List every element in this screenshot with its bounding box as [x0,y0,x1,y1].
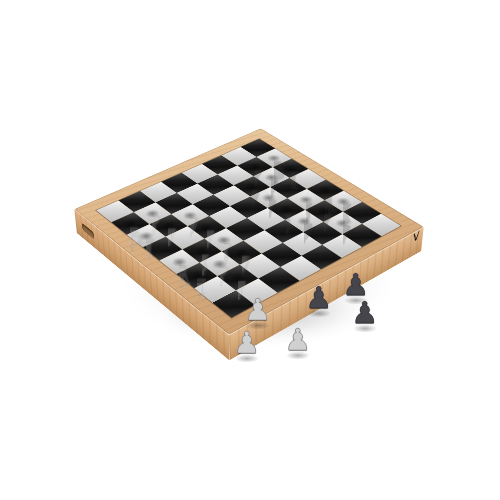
black-rook-icon: ♜ [280,144,302,168]
white-pawn-icon: ♟ [158,201,180,225]
black-knight-icon: ♞ [292,194,316,221]
board-surface: ♚♚♜♜♛♛♜♜♟♟♟♟♝♝♟♟♟♟♞♞♟♟♝♝♞♞♞♞♟♟♝♝♞♞♟♟♟♟♝♝… [96,139,400,318]
drawer-notch [82,223,95,240]
perspective-stage: > ♚♚♜♜♛♛♜♜♟♟♟♟♝♝♟♟♟♟♞♞♟♟♝♝♞♞♞♞♟♟♝♝♞♞♟♟♟♟… [0,0,500,500]
white-pawn-icon: ♟ [226,252,249,278]
product-photo-scene: > ♚♚♜♜♛♛♜♜♟♟♟♟♝♝♟♟♟♟♞♞♟♟♝♝♞♞♞♞♟♟♝♝♞♞♟♟♟♟… [0,0,500,500]
white-rook-icon: ♜ [184,247,209,275]
black-pawn-icon: ♟ [332,199,354,223]
white-rook-icon: ♜ [134,209,158,236]
chess-board: > ♚♚♜♜♛♛♜♜♟♟♟♟♝♝♟♟♟♟♞♞♟♟♝♝♞♞♞♞♟♟♝♝♞♞♟♟♟♟… [74,128,423,334]
white-knight-icon: ♞ [229,224,254,252]
wooden-frame: ♚♚♜♜♛♛♜♜♟♟♟♟♝♝♟♟♟♟♞♞♟♟♝♝♞♞♞♞♟♟♝♝♞♞♟♟♟♟♝♝… [74,128,423,334]
